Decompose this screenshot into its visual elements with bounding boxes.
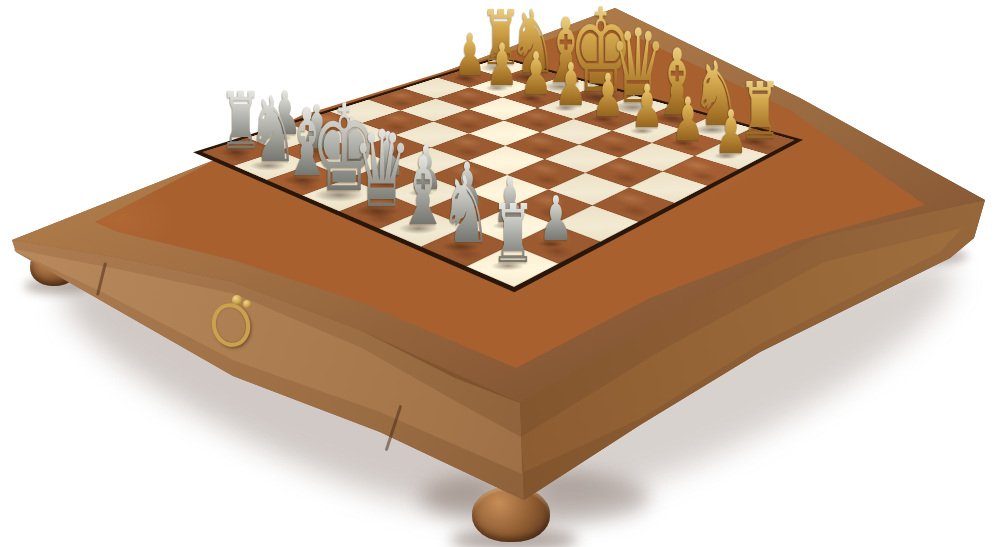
- piece-white-pawn[interactable]: ♟: [453, 26, 485, 84]
- piece-white-pawn[interactable]: ♟: [485, 35, 518, 94]
- piece-white-pawn[interactable]: ♟: [591, 66, 624, 125]
- pieces-layer: ♜♞♟♝♟♚♟♛♟♝♟♞♟♟♜♟♟♜♟♟♞♟♝♟♚♟♛♟♝♟♞♜: [0, 0, 1000, 547]
- chess-set-photo: ♜♞♟♝♟♚♟♛♟♝♟♞♟♟♜♟♟♜♟♟♞♟♝♟♚♟♛♟♝♟♞♜: [0, 0, 1000, 547]
- piece-white-pawn[interactable]: ♟: [554, 55, 587, 114]
- piece-white-pawn[interactable]: ♟: [714, 102, 748, 162]
- piece-black-rook[interactable]: ♜: [490, 194, 535, 275]
- piece-white-pawn[interactable]: ♟: [630, 77, 663, 137]
- piece-black-pawn[interactable]: ♟: [539, 189, 573, 251]
- piece-black-knight[interactable]: ♞: [441, 164, 493, 257]
- piece-white-pawn[interactable]: ♟: [671, 89, 704, 149]
- piece-white-pawn[interactable]: ♟: [519, 45, 552, 104]
